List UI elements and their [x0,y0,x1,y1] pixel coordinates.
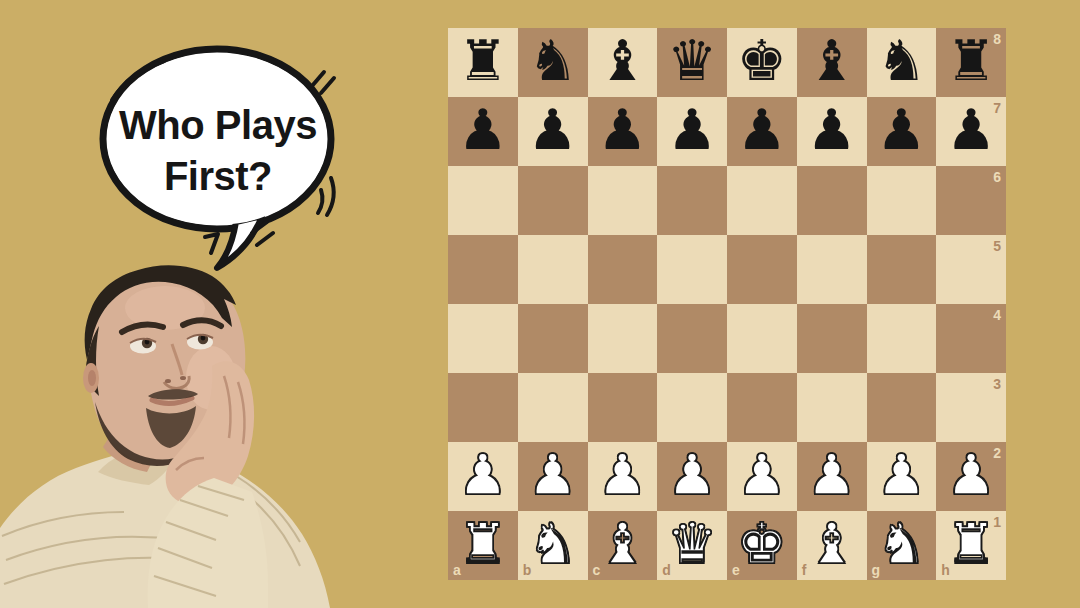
square-a1[interactable]: ♜a [448,511,518,580]
square-g4[interactable] [867,304,937,373]
square-b5[interactable] [518,235,588,304]
square-h3[interactable]: 3 [936,373,1006,442]
file-label-e: e [732,563,740,577]
square-d3[interactable] [657,373,727,442]
square-b3[interactable] [518,373,588,442]
square-c1[interactable]: ♝c [588,511,658,580]
square-h7[interactable]: ♟7 [936,97,1006,166]
square-d5[interactable] [657,235,727,304]
square-d7[interactable]: ♟ [657,97,727,166]
piece-black-pawn: ♟ [667,102,717,158]
square-e1[interactable]: ♚e [727,511,797,580]
square-a4[interactable] [448,304,518,373]
piece-white-queen: ♛ [667,516,717,572]
piece-black-king: ♚ [737,33,787,89]
square-f8[interactable]: ♝ [797,28,867,97]
thinking-man-photo [0,258,340,608]
piece-black-pawn: ♟ [737,102,787,158]
piece-black-rook: ♜ [458,33,508,89]
square-f5[interactable] [797,235,867,304]
square-h4[interactable]: 4 [936,304,1006,373]
square-e5[interactable] [727,235,797,304]
square-h1[interactable]: ♜1h [936,511,1006,580]
file-label-f: f [802,563,807,577]
file-label-a: a [453,563,461,577]
piece-white-rook: ♜ [458,516,508,572]
piece-white-king: ♚ [737,516,787,572]
square-g1[interactable]: ♞g [867,511,937,580]
square-e8[interactable]: ♚ [727,28,797,97]
square-e3[interactable] [727,373,797,442]
rank-label-2: 2 [993,446,1001,460]
square-h6[interactable]: 6 [936,166,1006,235]
rank-label-3: 3 [993,377,1001,391]
square-e2[interactable]: ♟ [727,442,797,511]
square-b8[interactable]: ♞ [518,28,588,97]
file-label-h: h [941,563,950,577]
piece-black-knight: ♞ [876,33,926,89]
square-c4[interactable] [588,304,658,373]
square-g6[interactable] [867,166,937,235]
square-d1[interactable]: ♛d [657,511,727,580]
chess-board: ♜♞♝♛♚♝♞♜8♟♟♟♟♟♟♟♟76543♟♟♟♟♟♟♟♟2♜a♞b♝c♛d♚… [448,28,1006,580]
piece-white-bishop: ♝ [807,516,857,572]
square-g7[interactable]: ♟ [867,97,937,166]
square-b4[interactable] [518,304,588,373]
square-h5[interactable]: 5 [936,235,1006,304]
piece-white-pawn: ♟ [807,447,857,503]
piece-black-bishop: ♝ [807,33,857,89]
square-a7[interactable]: ♟ [448,97,518,166]
rank-label-7: 7 [993,101,1001,115]
piece-black-knight: ♞ [528,33,578,89]
square-h8[interactable]: ♜8 [936,28,1006,97]
square-d8[interactable]: ♛ [657,28,727,97]
piece-white-bishop: ♝ [597,516,647,572]
piece-black-pawn: ♟ [597,102,647,158]
speech-bubble-text: Who Plays First? [106,86,330,216]
bubble-accent-check [205,234,218,253]
square-c5[interactable] [588,235,658,304]
square-g8[interactable]: ♞ [867,28,937,97]
piece-black-pawn: ♟ [946,102,996,158]
piece-white-pawn: ♟ [667,447,717,503]
square-e6[interactable] [727,166,797,235]
piece-black-pawn: ♟ [528,102,578,158]
square-a5[interactable] [448,235,518,304]
piece-white-pawn: ♟ [737,447,787,503]
square-h2[interactable]: ♟2 [936,442,1006,511]
file-label-g: g [872,563,881,577]
square-g5[interactable] [867,235,937,304]
square-b6[interactable] [518,166,588,235]
speech-bubble: Who Plays First? [80,26,356,286]
piece-white-rook: ♜ [946,516,996,572]
piece-black-pawn: ♟ [876,102,926,158]
square-f4[interactable] [797,304,867,373]
square-f3[interactable] [797,373,867,442]
piece-black-bishop: ♝ [597,33,647,89]
square-d6[interactable] [657,166,727,235]
piece-white-pawn: ♟ [458,447,508,503]
square-c3[interactable] [588,373,658,442]
square-f6[interactable] [797,166,867,235]
square-d2[interactable]: ♟ [657,442,727,511]
file-label-c: c [593,563,601,577]
rank-label-6: 6 [993,170,1001,184]
square-g3[interactable] [867,373,937,442]
square-b1[interactable]: ♞b [518,511,588,580]
piece-white-pawn: ♟ [876,447,926,503]
rank-label-8: 8 [993,32,1001,46]
piece-white-pawn: ♟ [946,447,996,503]
square-c8[interactable]: ♝ [588,28,658,97]
rank-label-1: 1 [993,515,1001,529]
rank-label-4: 4 [993,308,1001,322]
piece-black-rook: ♜ [946,33,996,89]
square-c6[interactable] [588,166,658,235]
square-d4[interactable] [657,304,727,373]
square-e7[interactable]: ♟ [727,97,797,166]
square-a2[interactable]: ♟ [448,442,518,511]
square-e4[interactable] [727,304,797,373]
file-label-b: b [523,563,532,577]
square-b2[interactable]: ♟ [518,442,588,511]
rank-label-5: 5 [993,239,1001,253]
piece-black-pawn: ♟ [807,102,857,158]
piece-white-pawn: ♟ [528,447,578,503]
file-label-d: d [662,563,671,577]
piece-white-knight: ♞ [528,516,578,572]
piece-white-knight: ♞ [876,516,926,572]
square-b7[interactable]: ♟ [518,97,588,166]
square-c2[interactable]: ♟ [588,442,658,511]
square-c7[interactable]: ♟ [588,97,658,166]
piece-white-pawn: ♟ [597,447,647,503]
square-a3[interactable] [448,373,518,442]
piece-black-queen: ♛ [667,33,717,89]
square-g2[interactable]: ♟ [867,442,937,511]
square-a6[interactable] [448,166,518,235]
piece-black-pawn: ♟ [458,102,508,158]
square-f2[interactable]: ♟ [797,442,867,511]
square-f1[interactable]: ♝f [797,511,867,580]
thinking-man-illustration [0,258,340,608]
square-f7[interactable]: ♟ [797,97,867,166]
square-a8[interactable]: ♜ [448,28,518,97]
